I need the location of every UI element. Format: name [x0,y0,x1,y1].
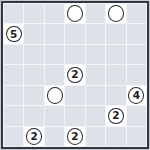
board-frame: 524222 [1,1,149,149]
grid-cell-r3c3[interactable] [45,45,64,64]
grid-cell-r3c6[interactable] [106,45,125,64]
puzzle-grid: 524222 [4,4,146,146]
grid-cell-r7c7[interactable] [127,127,146,146]
clue-circle: 5 [6,26,22,43]
clue-number: 4 [133,90,140,101]
clue-circle: 2 [26,128,42,145]
grid-cell-r5c7[interactable]: 4 [127,86,146,105]
clue-circle: 2 [108,108,124,125]
grid-cell-r4c7[interactable] [127,65,146,84]
grid-cell-r1c3[interactable] [45,4,64,23]
grid-cell-r4c2[interactable] [24,65,43,84]
clue-circle: 2 [67,128,83,145]
grid-cell-r2c3[interactable] [45,24,64,43]
clue-number: 5 [10,29,17,40]
clue-circle: 2 [67,67,83,84]
grid-cell-r1c7[interactable] [127,4,146,23]
clue-number: 2 [71,69,78,80]
grid-cell-r4c5[interactable] [86,65,105,84]
grid-cell-r5c3[interactable] [45,86,64,105]
grid-cell-r2c4[interactable] [65,24,84,43]
grid-cell-r1c2[interactable] [24,4,43,23]
grid-cell-r5c5[interactable] [86,86,105,105]
grid-cell-r1c4[interactable] [65,4,84,23]
clue-number: 2 [112,110,119,121]
grid-cell-r6c4[interactable] [65,106,84,125]
empty-circle-icon [47,87,63,104]
grid-cell-r7c6[interactable] [106,127,125,146]
grid-cell-r4c6[interactable] [106,65,125,84]
empty-circle-icon [108,5,124,22]
grid-cell-r5c6[interactable] [106,86,125,105]
grid-cell-r6c7[interactable] [127,106,146,125]
grid-cell-r3c7[interactable] [127,45,146,64]
grid-cell-r1c6[interactable] [106,4,125,23]
grid-cell-r3c4[interactable] [65,45,84,64]
grid-cell-r4c3[interactable] [45,65,64,84]
grid-cell-r2c1[interactable]: 5 [4,24,23,43]
grid-cell-r4c1[interactable] [4,65,23,84]
grid-cell-r6c5[interactable] [86,106,105,125]
grid-cell-r6c2[interactable] [24,106,43,125]
grid-cell-r3c2[interactable] [24,45,43,64]
grid-cell-r2c2[interactable] [24,24,43,43]
grid-cell-r1c1[interactable] [4,4,23,23]
grid-cell-r1c5[interactable] [86,4,105,23]
puzzle-board: 524222 [0,0,150,150]
grid-cell-r5c4[interactable] [65,86,84,105]
clue-circle: 4 [128,87,144,104]
grid-cell-r6c1[interactable] [4,106,23,125]
grid-cell-r6c6[interactable]: 2 [106,106,125,125]
grid-cell-r5c1[interactable] [4,86,23,105]
clue-number: 2 [30,131,37,142]
clue-number: 2 [71,131,78,142]
grid-cell-r3c1[interactable] [4,45,23,64]
grid-cell-r6c3[interactable] [45,106,64,125]
grid-cell-r2c6[interactable] [106,24,125,43]
grid-cell-r2c5[interactable] [86,24,105,43]
grid-cell-r5c2[interactable] [24,86,43,105]
grid-cell-r7c4[interactable]: 2 [65,127,84,146]
grid-cell-r2c7[interactable] [127,24,146,43]
empty-circle-icon [67,5,83,22]
grid-cell-r7c5[interactable] [86,127,105,146]
grid-cell-r3c5[interactable] [86,45,105,64]
grid-cell-r7c2[interactable]: 2 [24,127,43,146]
grid-cell-r7c3[interactable] [45,127,64,146]
grid-cell-r4c4[interactable]: 2 [65,65,84,84]
grid-cell-r7c1[interactable] [4,127,23,146]
